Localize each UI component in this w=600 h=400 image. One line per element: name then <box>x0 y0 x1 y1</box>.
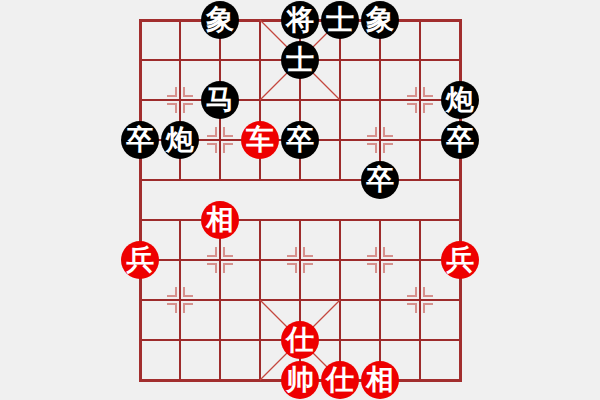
piece-red-general[interactable]: 帅 <box>281 361 319 399</box>
piece-black-horse[interactable]: 马 <box>201 81 239 119</box>
piece-black-general[interactable]: 将 <box>281 1 319 39</box>
piece-black-elephant[interactable]: 象 <box>361 1 399 39</box>
piece-red-advisor[interactable]: 仕 <box>321 361 359 399</box>
piece-black-cannon[interactable]: 炮 <box>161 121 199 159</box>
piece-black-pawn[interactable]: 卒 <box>281 121 319 159</box>
screenshot-root: 象将士象士马炮卒炮车卒卒卒相兵兵仕帅仕相 <box>0 0 600 400</box>
piece-black-pawn[interactable]: 卒 <box>121 121 159 159</box>
piece-red-elephant[interactable]: 相 <box>201 201 239 239</box>
piece-black-cannon[interactable]: 炮 <box>441 81 479 119</box>
piece-black-advisor[interactable]: 士 <box>281 41 319 79</box>
piece-black-pawn[interactable]: 卒 <box>361 161 399 199</box>
piece-red-chariot[interactable]: 车 <box>241 121 279 159</box>
piece-black-advisor[interactable]: 士 <box>321 1 359 39</box>
piece-red-pawn[interactable]: 兵 <box>441 241 479 279</box>
piece-red-elephant[interactable]: 相 <box>361 361 399 399</box>
piece-red-pawn[interactable]: 兵 <box>121 241 159 279</box>
piece-black-pawn[interactable]: 卒 <box>441 121 479 159</box>
xiangqi-board: 象将士象士马炮卒炮车卒卒卒相兵兵仕帅仕相 <box>0 0 600 400</box>
piece-black-elephant[interactable]: 象 <box>201 1 239 39</box>
piece-red-advisor[interactable]: 仕 <box>281 321 319 359</box>
